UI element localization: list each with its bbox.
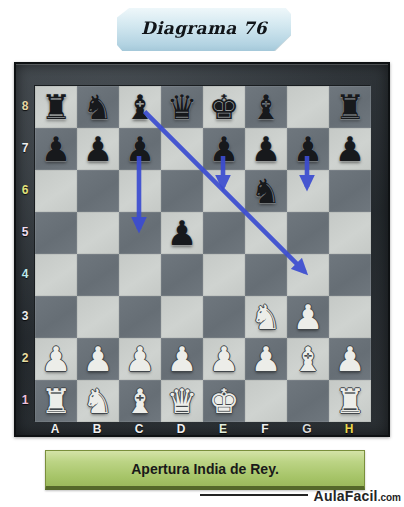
black-knight-f6: ♞	[251, 170, 281, 212]
square-h5	[329, 212, 371, 254]
file-label-E: E	[202, 421, 244, 439]
page-title: Diagrama 76	[141, 18, 267, 42]
white-pawn-g3: ♟	[293, 296, 323, 338]
square-b7: ♟	[77, 128, 119, 170]
square-e2: ♟	[203, 338, 245, 380]
black-knight-b8: ♞	[83, 86, 113, 128]
white-bishop-c1: ♝	[125, 380, 155, 422]
square-h6	[329, 170, 371, 212]
caption-box: Apertura India de Rey.	[45, 450, 365, 490]
square-f3: ♞	[245, 296, 287, 338]
rank-label-4: 4	[16, 253, 34, 295]
file-label-B: B	[76, 421, 118, 439]
square-d5: ♟	[161, 212, 203, 254]
white-pawn-f2: ♟	[251, 338, 281, 380]
white-pawn-e2: ♟	[209, 338, 239, 380]
square-b8: ♞	[77, 86, 119, 128]
board-grid: ♜♞♝♛♚♝♜♟♟♟♟♟♟♟♞♟♞♟♟♟♟♟♟♟♝♟♜♞♝♛♚♜	[34, 85, 370, 421]
white-pawn-a2: ♟	[41, 338, 71, 380]
white-rook-h1: ♜	[335, 380, 365, 422]
logo-underline	[200, 494, 308, 496]
square-f1	[245, 380, 287, 422]
square-h7: ♟	[329, 128, 371, 170]
rank-label-1: 1	[16, 379, 34, 421]
square-d4	[161, 254, 203, 296]
square-g1	[287, 380, 329, 422]
square-g7: ♟	[287, 128, 329, 170]
file-label-H: H	[328, 421, 370, 439]
black-pawn-h7: ♟	[335, 128, 365, 170]
file-label-G: G	[286, 421, 328, 439]
folded-corner-decoration	[274, 35, 291, 51]
square-c7: ♟	[119, 128, 161, 170]
square-c8: ♝	[119, 86, 161, 128]
square-a7: ♟	[35, 128, 77, 170]
square-e7: ♟	[203, 128, 245, 170]
square-g8	[287, 86, 329, 128]
black-king-e8: ♚	[209, 86, 239, 128]
black-rook-a8: ♜	[41, 86, 71, 128]
black-pawn-a7: ♟	[41, 128, 71, 170]
black-pawn-b7: ♟	[83, 128, 113, 170]
square-f4	[245, 254, 287, 296]
black-pawn-c7: ♟	[125, 128, 155, 170]
rank-label-6: 6	[16, 169, 34, 211]
white-pawn-b2: ♟	[83, 338, 113, 380]
square-h2: ♟	[329, 338, 371, 380]
white-pawn-c2: ♟	[125, 338, 155, 380]
square-a8: ♜	[35, 86, 77, 128]
rank-label-8: 8	[16, 85, 34, 127]
file-label-D: D	[160, 421, 202, 439]
chess-board-frame: ♜♞♝♛♚♝♜♟♟♟♟♟♟♟♞♟♞♟♟♟♟♟♟♟♝♟♜♞♝♛♚♜ 8765432…	[14, 62, 390, 437]
square-h3	[329, 296, 371, 338]
white-queen-d1: ♛	[167, 380, 197, 422]
file-label-C: C	[118, 421, 160, 439]
rank-label-3: 3	[16, 295, 34, 337]
square-e4	[203, 254, 245, 296]
black-queen-d8: ♛	[167, 86, 197, 128]
square-b4	[77, 254, 119, 296]
square-g6	[287, 170, 329, 212]
square-c4	[119, 254, 161, 296]
logo-tld-text: .com	[378, 492, 401, 503]
square-c1: ♝	[119, 380, 161, 422]
square-g2: ♝	[287, 338, 329, 380]
square-a6	[35, 170, 77, 212]
square-a4	[35, 254, 77, 296]
square-e8: ♚	[203, 86, 245, 128]
white-pawn-h2: ♟	[335, 338, 365, 380]
file-label-A: A	[34, 421, 76, 439]
square-c2: ♟	[119, 338, 161, 380]
square-f8: ♝	[245, 86, 287, 128]
square-d2: ♟	[161, 338, 203, 380]
white-pawn-d2: ♟	[167, 338, 197, 380]
square-e1: ♚	[203, 380, 245, 422]
square-b6	[77, 170, 119, 212]
file-label-F: F	[244, 421, 286, 439]
square-a3	[35, 296, 77, 338]
square-b2: ♟	[77, 338, 119, 380]
title-plaque: Diagrama 76	[117, 8, 291, 51]
square-h8: ♜	[329, 86, 371, 128]
square-h4	[329, 254, 371, 296]
square-e3	[203, 296, 245, 338]
white-bishop-g2: ♝	[293, 338, 323, 380]
white-rook-a1: ♜	[41, 380, 71, 422]
black-pawn-d5: ♟	[167, 212, 197, 254]
square-h1: ♜	[329, 380, 371, 422]
square-a2: ♟	[35, 338, 77, 380]
white-knight-b1: ♞	[83, 380, 113, 422]
square-a1: ♜	[35, 380, 77, 422]
square-g3: ♟	[287, 296, 329, 338]
square-a5	[35, 212, 77, 254]
white-king-e1: ♚	[209, 380, 239, 422]
white-knight-f3: ♞	[251, 296, 281, 338]
square-c3	[119, 296, 161, 338]
rank-label-7: 7	[16, 127, 34, 169]
rank-label-2: 2	[16, 337, 34, 379]
square-f2: ♟	[245, 338, 287, 380]
rank-label-5: 5	[16, 211, 34, 253]
black-pawn-f7: ♟	[251, 128, 281, 170]
square-g4	[287, 254, 329, 296]
black-pawn-g7: ♟	[293, 128, 323, 170]
black-pawn-e7: ♟	[209, 128, 239, 170]
black-bishop-c8: ♝	[125, 86, 155, 128]
opening-name-caption: Apertura India de Rey.	[131, 461, 279, 477]
square-d3	[161, 296, 203, 338]
aulafacil-logo: AulaFacil.com	[314, 487, 401, 505]
square-b3	[77, 296, 119, 338]
square-f7: ♟	[245, 128, 287, 170]
square-c5	[119, 212, 161, 254]
logo-brand-text: AulaFacil	[314, 488, 378, 504]
square-f5	[245, 212, 287, 254]
black-bishop-f8: ♝	[251, 86, 281, 128]
square-d8: ♛	[161, 86, 203, 128]
square-c6	[119, 170, 161, 212]
square-e6	[203, 170, 245, 212]
square-b5	[77, 212, 119, 254]
square-d1: ♛	[161, 380, 203, 422]
square-d7	[161, 128, 203, 170]
black-rook-h8: ♜	[335, 86, 365, 128]
square-b1: ♞	[77, 380, 119, 422]
square-f6: ♞	[245, 170, 287, 212]
square-e5	[203, 212, 245, 254]
square-d6	[161, 170, 203, 212]
square-g5	[287, 212, 329, 254]
